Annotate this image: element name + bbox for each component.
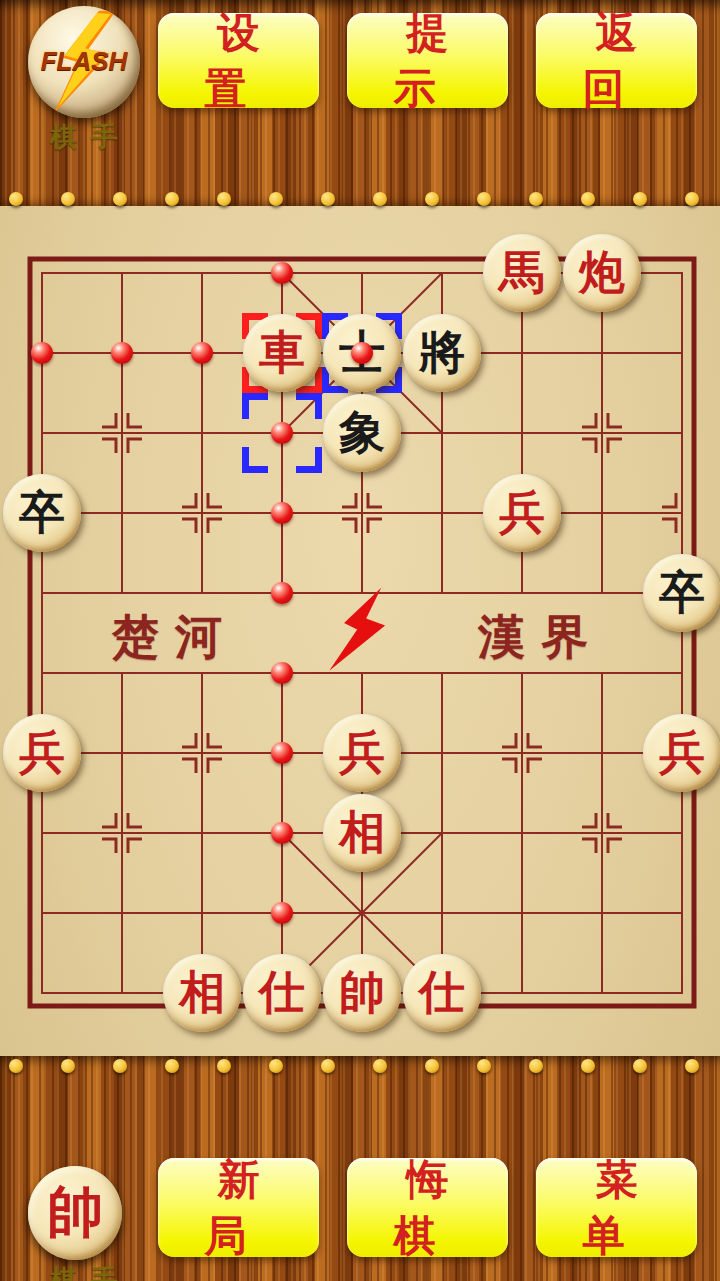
nail-stud-icon bbox=[477, 1059, 491, 1073]
move-target-dot[interactable] bbox=[271, 422, 293, 444]
xiangqi-piece-red[interactable]: 兵 bbox=[483, 474, 561, 552]
nail-stud-icon bbox=[269, 1059, 283, 1073]
nail-stud-icon bbox=[269, 192, 283, 206]
move-target-dot[interactable] bbox=[271, 502, 293, 524]
xiangqi-piece-red[interactable]: 仕 bbox=[243, 954, 321, 1032]
move-target-dot[interactable] bbox=[271, 902, 293, 924]
move-target-dot[interactable] bbox=[351, 342, 373, 364]
back-button[interactable]: 返回 bbox=[536, 13, 697, 108]
nail-stud-icon bbox=[581, 192, 595, 206]
flash-logo-text: FLASH bbox=[28, 46, 140, 77]
xiangqi-piece-red[interactable]: 車 bbox=[243, 314, 321, 392]
nail-stud-icon bbox=[581, 1059, 595, 1073]
xiangqi-piece-red[interactable]: 相 bbox=[323, 794, 401, 872]
new-game-button[interactable]: 新局 bbox=[158, 1158, 319, 1257]
undo-button[interactable]: 悔棋 bbox=[347, 1158, 508, 1257]
player-avatar-piece-glyph: 帥 bbox=[47, 1175, 103, 1251]
board-grid: 馬炮車士將象卒兵卒兵兵兵相相仕帥仕 bbox=[2, 233, 720, 1033]
move-target-dot[interactable] bbox=[271, 742, 293, 764]
xiangqi-piece-black[interactable]: 卒 bbox=[3, 474, 81, 552]
nail-stud-icon bbox=[61, 192, 75, 206]
nail-stud-icon bbox=[113, 192, 127, 206]
flash-logo-avatar: FLASH bbox=[28, 6, 140, 118]
nail-stud-icon bbox=[9, 192, 23, 206]
nail-stud-icon bbox=[165, 1059, 179, 1073]
nail-stud-icon bbox=[217, 1059, 231, 1073]
nail-stud-icon bbox=[425, 192, 439, 206]
nail-stud-icon bbox=[321, 192, 335, 206]
xiangqi-piece-red[interactable]: 帥 bbox=[323, 954, 401, 1032]
nail-stud-icon bbox=[373, 1059, 387, 1073]
xiangqi-piece-black[interactable]: 卒 bbox=[643, 554, 720, 632]
nail-stud-icon bbox=[529, 1059, 543, 1073]
nail-stud-icon bbox=[217, 192, 231, 206]
nail-stud-icon bbox=[165, 192, 179, 206]
hint-button[interactable]: 提示 bbox=[347, 13, 508, 108]
move-target-dot[interactable] bbox=[111, 342, 133, 364]
xiangqi-piece-red[interactable]: 馬 bbox=[483, 234, 561, 312]
nail-stud-icon bbox=[61, 1059, 75, 1073]
nail-stud-icon bbox=[529, 192, 543, 206]
move-target-dot[interactable] bbox=[191, 342, 213, 364]
bottom-avatar-subtitle: 棋手 bbox=[18, 1262, 150, 1281]
move-target-dot[interactable] bbox=[31, 342, 53, 364]
xiangqi-piece-red[interactable]: 兵 bbox=[3, 714, 81, 792]
move-target-dot[interactable] bbox=[271, 822, 293, 844]
move-target-dot[interactable] bbox=[271, 262, 293, 284]
nail-stud-icon bbox=[425, 1059, 439, 1073]
xiangqi-piece-black[interactable]: 象 bbox=[323, 394, 401, 472]
nail-stud-icon bbox=[633, 192, 647, 206]
menu-button[interactable]: 菜单 bbox=[536, 1158, 697, 1257]
xiangqi-piece-red[interactable]: 兵 bbox=[323, 714, 401, 792]
move-target-dot[interactable] bbox=[271, 582, 293, 604]
xiangqi-piece-red[interactable]: 相 bbox=[163, 954, 241, 1032]
nail-stud-icon bbox=[685, 1059, 699, 1073]
nail-stud-icon bbox=[321, 1059, 335, 1073]
nail-stud-icon bbox=[685, 192, 699, 206]
xiangqi-app: FLASH 棋手 设置 提示 返回 楚河 漢界 馬炮車士將象卒兵卒兵兵兵相相仕帥… bbox=[0, 0, 720, 1281]
settings-button[interactable]: 设置 bbox=[158, 13, 319, 108]
player-avatar: 帥 bbox=[28, 1166, 122, 1260]
xiangqi-piece-red[interactable]: 炮 bbox=[563, 234, 641, 312]
nail-stud-icon bbox=[9, 1059, 23, 1073]
nail-stud-icon bbox=[373, 192, 387, 206]
xiangqi-piece-red[interactable]: 仕 bbox=[403, 954, 481, 1032]
nail-stud-icon bbox=[633, 1059, 647, 1073]
nail-stud-icon bbox=[113, 1059, 127, 1073]
xiangqi-piece-black[interactable]: 將 bbox=[403, 314, 481, 392]
nail-stud-icon bbox=[477, 192, 491, 206]
move-target-dot[interactable] bbox=[271, 662, 293, 684]
top-avatar-subtitle: 棋手 bbox=[18, 119, 150, 155]
xiangqi-piece-red[interactable]: 兵 bbox=[643, 714, 720, 792]
